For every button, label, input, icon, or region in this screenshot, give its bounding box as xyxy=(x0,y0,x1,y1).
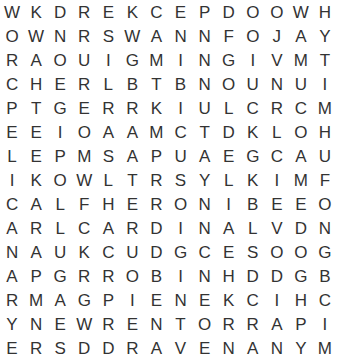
grid-cell-r3c12[interactable]: V xyxy=(265,48,289,72)
grid-cell-r7c12[interactable]: C xyxy=(265,144,289,168)
grid-cell-r3c4[interactable]: U xyxy=(72,48,96,72)
grid-cell-r9c9[interactable]: N xyxy=(193,193,217,217)
grid-cell-r10c4[interactable]: C xyxy=(72,217,96,241)
grid-cell-r7c1[interactable]: L xyxy=(0,144,24,168)
grid-cell-r7c14[interactable]: U xyxy=(313,144,337,168)
grid-cell-r6c3[interactable]: I xyxy=(48,120,72,144)
grid-cell-r15c1[interactable]: E xyxy=(0,337,24,361)
grid-cell-r1c11[interactable]: O xyxy=(241,0,265,24)
grid-cell-r12c10[interactable]: H xyxy=(217,265,241,289)
grid-cell-r7c6[interactable]: A xyxy=(120,144,144,168)
grid-cell-r9c7[interactable]: R xyxy=(144,193,168,217)
grid-cell-r6c14[interactable]: H xyxy=(313,120,337,144)
grid-cell-r5c6[interactable]: R xyxy=(120,96,144,120)
grid-cell-r11c2[interactable]: A xyxy=(24,241,48,265)
grid-cell-r7c11[interactable]: G xyxy=(241,144,265,168)
grid-cell-r1c3[interactable]: D xyxy=(48,0,72,24)
grid-cell-r15c6[interactable]: R xyxy=(120,337,144,361)
grid-cell-r15c14[interactable]: M xyxy=(313,337,337,361)
grid-cell-r4c10[interactable]: O xyxy=(217,72,241,96)
grid-cell-r12c4[interactable]: R xyxy=(72,265,96,289)
grid-cell-r8c12[interactable]: I xyxy=(265,168,289,192)
grid-cell-r15c7[interactable]: A xyxy=(144,337,168,361)
grid-cell-r12c13[interactable]: G xyxy=(289,265,313,289)
grid-cell-r5c4[interactable]: E xyxy=(72,96,96,120)
grid-cell-r1c10[interactable]: D xyxy=(217,0,241,24)
grid-cell-r8c7[interactable]: R xyxy=(144,168,168,192)
grid-cell-r13c12[interactable]: I xyxy=(265,289,289,313)
grid-cell-r14c12[interactable]: A xyxy=(265,313,289,337)
grid-cell-r10c3[interactable]: L xyxy=(48,217,72,241)
grid-cell-r2c14[interactable]: Y xyxy=(313,24,337,48)
word-search-grid: WKDREKCEPDOOWHOWNRSWANNFOJAYRAOUIGMINGIV… xyxy=(0,0,337,361)
grid-cell-r4c2[interactable]: H xyxy=(24,72,48,96)
grid-cell-r2c9[interactable]: N xyxy=(193,24,217,48)
grid-cell-r13c5[interactable]: P xyxy=(96,289,120,313)
grid-cell-r14c11[interactable]: R xyxy=(241,313,265,337)
grid-cell-r7c4[interactable]: M xyxy=(72,144,96,168)
grid-cell-r1c8[interactable]: E xyxy=(168,0,192,24)
grid-cell-r9c6[interactable]: E xyxy=(120,193,144,217)
grid-cell-r5c3[interactable]: G xyxy=(48,96,72,120)
grid-cell-r8c6[interactable]: T xyxy=(120,168,144,192)
grid-cell-r2c10[interactable]: F xyxy=(217,24,241,48)
grid-cell-r4c12[interactable]: N xyxy=(265,72,289,96)
grid-cell-r5c11[interactable]: C xyxy=(241,96,265,120)
grid-cell-r8c8[interactable]: S xyxy=(168,168,192,192)
grid-cell-r13c6[interactable]: I xyxy=(120,289,144,313)
grid-cell-r13c13[interactable]: H xyxy=(289,289,313,313)
grid-cell-r12c7[interactable]: B xyxy=(144,265,168,289)
grid-cell-r11c14[interactable]: G xyxy=(313,241,337,265)
grid-cell-r3c9[interactable]: N xyxy=(193,48,217,72)
grid-cell-r11c13[interactable]: O xyxy=(289,241,313,265)
grid-cell-r10c12[interactable]: V xyxy=(265,217,289,241)
grid-cell-r2c13[interactable]: A xyxy=(289,24,313,48)
grid-cell-r15c8[interactable]: V xyxy=(168,337,192,361)
grid-cell-r10c11[interactable]: L xyxy=(241,217,265,241)
grid-cell-r10c1[interactable]: A xyxy=(0,217,24,241)
grid-cell-r3c1[interactable]: R xyxy=(0,48,24,72)
grid-cell-r2c6[interactable]: W xyxy=(120,24,144,48)
grid-cell-r4c3[interactable]: E xyxy=(48,72,72,96)
grid-cell-r15c9[interactable]: E xyxy=(193,337,217,361)
grid-cell-r3c10[interactable]: G xyxy=(217,48,241,72)
grid-cell-r2c2[interactable]: W xyxy=(24,24,48,48)
grid-cell-r11c11[interactable]: S xyxy=(241,241,265,265)
grid-cell-r4c7[interactable]: T xyxy=(144,72,168,96)
grid-cell-r6c2[interactable]: E xyxy=(24,120,48,144)
grid-cell-r7c10[interactable]: E xyxy=(217,144,241,168)
grid-cell-r12c12[interactable]: D xyxy=(265,265,289,289)
grid-cell-r13c14[interactable]: C xyxy=(313,289,337,313)
grid-cell-r12c8[interactable]: I xyxy=(168,265,192,289)
grid-cell-r14c14[interactable]: I xyxy=(313,313,337,337)
grid-cell-r1c1[interactable]: W xyxy=(0,0,24,24)
grid-cell-r11c4[interactable]: K xyxy=(72,241,96,265)
grid-cell-r12c6[interactable]: O xyxy=(120,265,144,289)
grid-cell-r4c11[interactable]: U xyxy=(241,72,265,96)
grid-cell-r1c4[interactable]: R xyxy=(72,0,96,24)
grid-cell-r15c3[interactable]: S xyxy=(48,337,72,361)
grid-cell-r8c4[interactable]: W xyxy=(72,168,96,192)
grid-cell-r9c12[interactable]: E xyxy=(265,193,289,217)
grid-cell-r7c7[interactable]: P xyxy=(144,144,168,168)
grid-cell-r14c6[interactable]: E xyxy=(120,313,144,337)
grid-cell-r2c1[interactable]: O xyxy=(0,24,24,48)
grid-cell-r8c1[interactable]: I xyxy=(0,168,24,192)
grid-cell-r7c5[interactable]: S xyxy=(96,144,120,168)
grid-cell-r13c2[interactable]: M xyxy=(24,289,48,313)
grid-cell-r11c10[interactable]: E xyxy=(217,241,241,265)
grid-cell-r8c10[interactable]: L xyxy=(217,168,241,192)
grid-cell-r5c5[interactable]: R xyxy=(96,96,120,120)
grid-cell-r9c11[interactable]: B xyxy=(241,193,265,217)
grid-cell-r4c5[interactable]: L xyxy=(96,72,120,96)
grid-cell-r6c10[interactable]: D xyxy=(217,120,241,144)
grid-cell-r14c5[interactable]: R xyxy=(96,313,120,337)
grid-cell-r12c3[interactable]: G xyxy=(48,265,72,289)
grid-cell-r14c13[interactable]: P xyxy=(289,313,313,337)
grid-cell-r3c7[interactable]: M xyxy=(144,48,168,72)
grid-cell-r2c7[interactable]: A xyxy=(144,24,168,48)
grid-cell-r15c12[interactable]: N xyxy=(265,337,289,361)
grid-cell-r6c1[interactable]: E xyxy=(0,120,24,144)
grid-cell-r9c5[interactable]: H xyxy=(96,193,120,217)
grid-cell-r9c1[interactable]: C xyxy=(0,193,24,217)
grid-cell-r1c12[interactable]: O xyxy=(265,0,289,24)
grid-cell-r14c10[interactable]: R xyxy=(217,313,241,337)
grid-cell-r6c6[interactable]: A xyxy=(120,120,144,144)
grid-cell-r10c10[interactable]: A xyxy=(217,217,241,241)
grid-cell-r13c11[interactable]: C xyxy=(241,289,265,313)
grid-cell-r14c4[interactable]: W xyxy=(72,313,96,337)
grid-cell-r13c3[interactable]: A xyxy=(48,289,72,313)
grid-cell-r4c14[interactable]: I xyxy=(313,72,337,96)
grid-cell-r9c13[interactable]: E xyxy=(289,193,313,217)
grid-cell-r3c2[interactable]: A xyxy=(24,48,48,72)
grid-cell-r2c8[interactable]: N xyxy=(168,24,192,48)
grid-cell-r6c4[interactable]: O xyxy=(72,120,96,144)
grid-cell-r11c6[interactable]: U xyxy=(120,241,144,265)
grid-cell-r8c5[interactable]: L xyxy=(96,168,120,192)
grid-cell-r5c9[interactable]: U xyxy=(193,96,217,120)
grid-cell-r4c6[interactable]: B xyxy=(120,72,144,96)
grid-cell-r14c1[interactable]: Y xyxy=(0,313,24,337)
grid-cell-r9c3[interactable]: L xyxy=(48,193,72,217)
grid-cell-r1c14[interactable]: H xyxy=(313,0,337,24)
grid-cell-r11c8[interactable]: G xyxy=(168,241,192,265)
grid-cell-r6c8[interactable]: C xyxy=(168,120,192,144)
grid-cell-r2c5[interactable]: S xyxy=(96,24,120,48)
grid-cell-r6c7[interactable]: M xyxy=(144,120,168,144)
grid-cell-r6c11[interactable]: K xyxy=(241,120,265,144)
grid-cell-r15c5[interactable]: D xyxy=(96,337,120,361)
grid-cell-r9c4[interactable]: F xyxy=(72,193,96,217)
grid-cell-r3c5[interactable]: I xyxy=(96,48,120,72)
grid-cell-r11c3[interactable]: U xyxy=(48,241,72,265)
grid-cell-r7c8[interactable]: U xyxy=(168,144,192,168)
grid-cell-r11c12[interactable]: O xyxy=(265,241,289,265)
grid-cell-r5c1[interactable]: P xyxy=(0,96,24,120)
grid-cell-r12c11[interactable]: D xyxy=(241,265,265,289)
grid-cell-r13c7[interactable]: E xyxy=(144,289,168,313)
grid-cell-r3c6[interactable]: G xyxy=(120,48,144,72)
grid-cell-r3c14[interactable]: T xyxy=(313,48,337,72)
grid-cell-r8c3[interactable]: O xyxy=(48,168,72,192)
grid-cell-r13c9[interactable]: E xyxy=(193,289,217,313)
grid-cell-r5c12[interactable]: R xyxy=(265,96,289,120)
grid-cell-r9c10[interactable]: I xyxy=(217,193,241,217)
grid-cell-r12c5[interactable]: R xyxy=(96,265,120,289)
grid-cell-r10c7[interactable]: D xyxy=(144,217,168,241)
grid-cell-r12c2[interactable]: P xyxy=(24,265,48,289)
grid-cell-r4c13[interactable]: U xyxy=(289,72,313,96)
grid-cell-r14c9[interactable]: O xyxy=(193,313,217,337)
grid-cell-r2c12[interactable]: J xyxy=(265,24,289,48)
grid-cell-r3c13[interactable]: M xyxy=(289,48,313,72)
grid-cell-r14c2[interactable]: N xyxy=(24,313,48,337)
grid-cell-r7c3[interactable]: P xyxy=(48,144,72,168)
grid-cell-r11c5[interactable]: C xyxy=(96,241,120,265)
grid-cell-r10c8[interactable]: I xyxy=(168,217,192,241)
grid-cell-r10c2[interactable]: R xyxy=(24,217,48,241)
grid-cell-r10c6[interactable]: R xyxy=(120,217,144,241)
grid-cell-r15c2[interactable]: R xyxy=(24,337,48,361)
grid-cell-r5c2[interactable]: T xyxy=(24,96,48,120)
grid-cell-r1c2[interactable]: K xyxy=(24,0,48,24)
grid-cell-r8c11[interactable]: K xyxy=(241,168,265,192)
grid-cell-r1c7[interactable]: C xyxy=(144,0,168,24)
grid-cell-r14c7[interactable]: N xyxy=(144,313,168,337)
grid-cell-r11c7[interactable]: D xyxy=(144,241,168,265)
grid-cell-r7c13[interactable]: A xyxy=(289,144,313,168)
grid-cell-r9c2[interactable]: A xyxy=(24,193,48,217)
grid-cell-r15c10[interactable]: N xyxy=(217,337,241,361)
grid-cell-r12c1[interactable]: A xyxy=(0,265,24,289)
grid-cell-r13c10[interactable]: K xyxy=(217,289,241,313)
grid-cell-r8c13[interactable]: M xyxy=(289,168,313,192)
grid-cell-r8c14[interactable]: F xyxy=(313,168,337,192)
grid-cell-r10c13[interactable]: D xyxy=(289,217,313,241)
grid-cell-r14c8[interactable]: T xyxy=(168,313,192,337)
grid-cell-r2c4[interactable]: R xyxy=(72,24,96,48)
grid-cell-r2c3[interactable]: N xyxy=(48,24,72,48)
grid-cell-r6c9[interactable]: T xyxy=(193,120,217,144)
grid-cell-r1c5[interactable]: E xyxy=(96,0,120,24)
grid-cell-r4c4[interactable]: R xyxy=(72,72,96,96)
grid-cell-r6c13[interactable]: O xyxy=(289,120,313,144)
grid-cell-r10c5[interactable]: A xyxy=(96,217,120,241)
grid-cell-r4c8[interactable]: B xyxy=(168,72,192,96)
grid-cell-r12c9[interactable]: N xyxy=(193,265,217,289)
grid-cell-r5c10[interactable]: L xyxy=(217,96,241,120)
grid-cell-r15c4[interactable]: D xyxy=(72,337,96,361)
grid-cell-r13c4[interactable]: G xyxy=(72,289,96,313)
grid-cell-r2c11[interactable]: O xyxy=(241,24,265,48)
grid-cell-r13c1[interactable]: R xyxy=(0,289,24,313)
grid-cell-r6c5[interactable]: A xyxy=(96,120,120,144)
grid-cell-r13c8[interactable]: N xyxy=(168,289,192,313)
grid-cell-r10c14[interactable]: N xyxy=(313,217,337,241)
grid-cell-r8c9[interactable]: Y xyxy=(193,168,217,192)
grid-cell-r4c9[interactable]: N xyxy=(193,72,217,96)
grid-cell-r9c8[interactable]: O xyxy=(168,193,192,217)
grid-cell-r9c14[interactable]: O xyxy=(313,193,337,217)
grid-cell-r15c11[interactable]: A xyxy=(241,337,265,361)
grid-cell-r5c14[interactable]: M xyxy=(313,96,337,120)
grid-cell-r1c6[interactable]: K xyxy=(120,0,144,24)
grid-cell-r3c3[interactable]: O xyxy=(48,48,72,72)
grid-cell-r3c11[interactable]: I xyxy=(241,48,265,72)
grid-cell-r5c8[interactable]: I xyxy=(168,96,192,120)
grid-cell-r3c8[interactable]: I xyxy=(168,48,192,72)
grid-cell-r5c7[interactable]: K xyxy=(144,96,168,120)
grid-cell-r8c2[interactable]: K xyxy=(24,168,48,192)
grid-cell-r14c3[interactable]: E xyxy=(48,313,72,337)
grid-cell-r11c9[interactable]: C xyxy=(193,241,217,265)
grid-cell-r11c1[interactable]: N xyxy=(0,241,24,265)
grid-cell-r7c9[interactable]: A xyxy=(193,144,217,168)
grid-cell-r1c13[interactable]: W xyxy=(289,0,313,24)
grid-cell-r1c9[interactable]: P xyxy=(193,0,217,24)
grid-cell-r7c2[interactable]: E xyxy=(24,144,48,168)
grid-cell-r4c1[interactable]: C xyxy=(0,72,24,96)
grid-cell-r15c13[interactable]: Y xyxy=(289,337,313,361)
grid-cell-r12c14[interactable]: B xyxy=(313,265,337,289)
grid-cell-r10c9[interactable]: N xyxy=(193,217,217,241)
grid-cell-r5c13[interactable]: C xyxy=(289,96,313,120)
grid-cell-r6c12[interactable]: L xyxy=(265,120,289,144)
